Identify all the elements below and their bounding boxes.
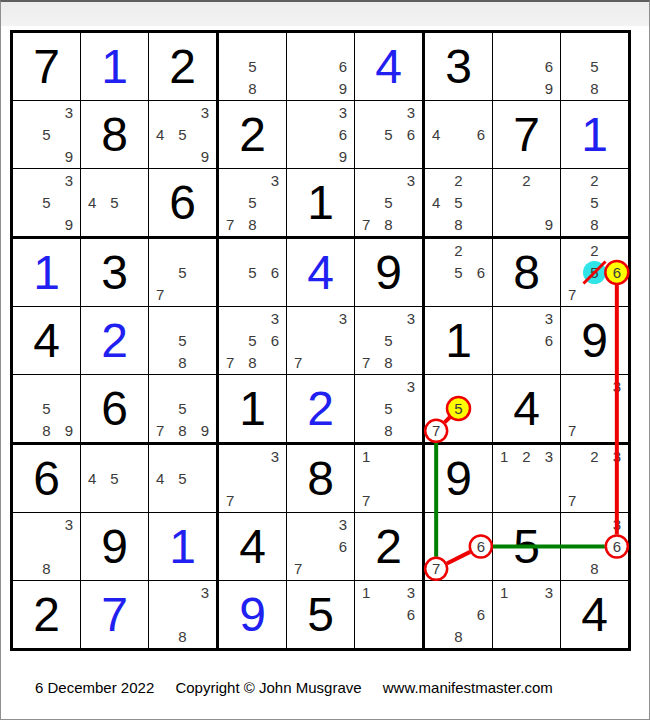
candidate-4: 4 xyxy=(149,467,171,489)
cell-r3c8[interactable]: 29 xyxy=(493,169,560,236)
given-digit: 4 xyxy=(561,581,628,648)
cell-r6c1[interactable]: 589 xyxy=(13,375,80,442)
cell-r4c6[interactable]: 9 xyxy=(355,239,422,306)
given-digit: 2 xyxy=(149,33,216,100)
cell-r1c6[interactable]: 4 xyxy=(355,33,422,100)
candidate-8: 8 xyxy=(583,78,605,100)
given-digit: 9 xyxy=(561,307,628,374)
candidate-5: 5 xyxy=(35,191,57,213)
solved-digit: 7 xyxy=(81,581,148,648)
candidate-6: 6 xyxy=(400,603,422,625)
cell-r6c8[interactable]: 4 xyxy=(493,375,560,442)
title-bar xyxy=(1,2,649,26)
candidate-4: 4 xyxy=(81,467,103,489)
given-digit: 4 xyxy=(493,375,560,442)
given-digit: 1 xyxy=(219,375,286,442)
candidate-8: 8 xyxy=(377,214,399,236)
cell-r8c1[interactable]: 38 xyxy=(13,513,80,580)
candidate-8: 8 xyxy=(171,352,193,374)
cell-r6c3[interactable]: 5789 xyxy=(149,375,216,442)
candidate-3: 3 xyxy=(194,101,216,123)
cell-r1c8[interactable]: 69 xyxy=(493,33,560,100)
candidate-1: 1 xyxy=(355,581,377,603)
candidate-8: 8 xyxy=(583,214,605,236)
candidate-5: 5 xyxy=(35,397,57,419)
candidate-8: 8 xyxy=(35,558,57,580)
candidate-8: 8 xyxy=(241,214,263,236)
candidate-7: 7 xyxy=(149,420,171,442)
page-root: 7125869436958359834592369356467135945635… xyxy=(0,0,650,720)
cell-r4c4[interactable]: 56 xyxy=(219,239,286,306)
candidate-7: 7 xyxy=(561,490,583,512)
candidate-8: 8 xyxy=(377,352,399,374)
given-digit: 8 xyxy=(287,445,354,512)
candidate-3: 3 xyxy=(538,307,560,329)
footer: 6 December 2022 Copyright © John Musgrav… xyxy=(35,679,570,696)
cell-r3c5[interactable]: 1 xyxy=(287,169,354,236)
cell-r1c3[interactable]: 2 xyxy=(149,33,216,100)
cell-r7c5[interactable]: 8 xyxy=(287,445,354,512)
candidate-2: 2 xyxy=(447,239,469,261)
cell-r4c5[interactable]: 4 xyxy=(287,239,354,306)
given-digit: 6 xyxy=(13,445,80,512)
candidate-8: 8 xyxy=(241,78,263,100)
given-digit: 7 xyxy=(493,101,560,168)
candidate-6: 6 xyxy=(470,603,492,625)
cell-r7c6[interactable]: 17 xyxy=(355,445,422,512)
cell-r1c7[interactable]: 3 xyxy=(425,33,492,100)
candidate-2: 2 xyxy=(583,445,605,467)
given-digit: 7 xyxy=(13,33,80,100)
candidate-6: 6 xyxy=(400,123,422,145)
cell-r5c4[interactable]: 35678 xyxy=(219,307,286,374)
cell-r2c6[interactable]: 356 xyxy=(355,101,422,168)
candidate-4: 4 xyxy=(425,191,447,213)
cell-r8c6[interactable]: 2 xyxy=(355,513,422,580)
candidate-3: 3 xyxy=(194,581,216,603)
cell-r5c5[interactable]: 37 xyxy=(287,307,354,374)
candidate-5: 5 xyxy=(377,329,399,351)
candidate-6: 6 xyxy=(538,329,560,351)
sudoku-board: 7125869436958359834592369356467135945635… xyxy=(10,30,631,651)
candidate-7: 7 xyxy=(219,214,241,236)
cell-r8c9[interactable]: 368 xyxy=(561,513,628,580)
cell-r3c2[interactable]: 45 xyxy=(81,169,148,236)
cell-r2c5[interactable]: 369 xyxy=(287,101,354,168)
candidate-5: 5 xyxy=(35,123,57,145)
candidate-3: 3 xyxy=(264,445,286,467)
footer-copyright: Copyright © John Musgrave xyxy=(175,679,361,696)
candidate-3: 3 xyxy=(332,513,354,535)
candidate-8: 8 xyxy=(171,626,193,648)
candidate-5: 5 xyxy=(241,191,263,213)
cell-r9c6[interactable]: 136 xyxy=(355,581,422,648)
candidate-2: 2 xyxy=(515,445,537,467)
candidate-3: 3 xyxy=(58,101,80,123)
cell-r9c2[interactable]: 7 xyxy=(81,581,148,648)
given-digit: 6 xyxy=(149,169,216,236)
candidate-3: 3 xyxy=(606,445,628,467)
candidate-3: 3 xyxy=(606,513,628,535)
candidate-3: 3 xyxy=(538,581,560,603)
cell-r4c1[interactable]: 1 xyxy=(13,239,80,306)
cell-r9c1[interactable]: 2 xyxy=(13,581,80,648)
cell-r6c9[interactable]: 37 xyxy=(561,375,628,442)
cell-r5c1[interactable]: 4 xyxy=(13,307,80,374)
candidate-6: 6 xyxy=(332,123,354,145)
candidate-1: 1 xyxy=(355,445,377,467)
candidate-5: 5 xyxy=(241,329,263,351)
cell-r4c8[interactable]: 8 xyxy=(493,239,560,306)
candidate-5: 5 xyxy=(447,191,469,213)
candidate-3: 3 xyxy=(400,307,422,329)
cell-r3c7[interactable]: 2458 xyxy=(425,169,492,236)
cell-r6c2[interactable]: 6 xyxy=(81,375,148,442)
cell-r7c4[interactable]: 37 xyxy=(219,445,286,512)
candidate-9: 9 xyxy=(332,78,354,100)
given-digit: 5 xyxy=(287,581,354,648)
candidate-4: 4 xyxy=(425,123,447,145)
candidate-6: 6 xyxy=(470,123,492,145)
cell-r4c2[interactable]: 3 xyxy=(81,239,148,306)
candidate-5: 5 xyxy=(377,123,399,145)
candidate-5: 5 xyxy=(447,261,469,283)
cell-r2c7[interactable]: 46 xyxy=(425,101,492,168)
candidate-7: 7 xyxy=(287,558,309,580)
candidate-8: 8 xyxy=(35,420,57,442)
cell-r8c7[interactable]: 67 xyxy=(425,513,492,580)
candidate-1: 1 xyxy=(493,581,515,603)
candidate-6: 6 xyxy=(538,55,560,77)
candidate-7: 7 xyxy=(425,420,447,442)
footer-website[interactable]: www.manifestmaster.com xyxy=(383,679,553,696)
cell-r9c5[interactable]: 5 xyxy=(287,581,354,648)
cell-r7c9[interactable]: 237 xyxy=(561,445,628,512)
solved-digit: 1 xyxy=(13,239,80,306)
cell-r3c3[interactable]: 6 xyxy=(149,169,216,236)
cell-r7c7[interactable]: 9 xyxy=(425,445,492,512)
candidate-3: 3 xyxy=(264,307,286,329)
cell-r3c1[interactable]: 359 xyxy=(13,169,80,236)
given-digit: 5 xyxy=(493,513,560,580)
candidate-2: 2 xyxy=(583,169,605,191)
candidate-5: 5 xyxy=(171,397,193,419)
candidate-7: 7 xyxy=(355,490,377,512)
candidate-7: 7 xyxy=(561,284,583,306)
candidate-6: 6 xyxy=(470,535,492,557)
given-digit: 2 xyxy=(219,101,286,168)
cell-r1c9[interactable]: 58 xyxy=(561,33,628,100)
solved-digit: 1 xyxy=(81,33,148,100)
cell-r5c8[interactable]: 36 xyxy=(493,307,560,374)
given-digit: 1 xyxy=(425,307,492,374)
cell-r6c6[interactable]: 358 xyxy=(355,375,422,442)
candidate-7: 7 xyxy=(287,352,309,374)
cell-r8c4[interactable]: 4 xyxy=(219,513,286,580)
cell-r1c2[interactable]: 1 xyxy=(81,33,148,100)
cell-r1c5[interactable]: 69 xyxy=(287,33,354,100)
cell-r5c2[interactable]: 2 xyxy=(81,307,148,374)
cell-r5c3[interactable]: 58 xyxy=(149,307,216,374)
cell-r5c9[interactable]: 9 xyxy=(561,307,628,374)
candidate-5: 5 xyxy=(377,191,399,213)
cell-r2c9[interactable]: 1 xyxy=(561,101,628,168)
cell-r2c2[interactable]: 8 xyxy=(81,101,148,168)
solved-digit: 4 xyxy=(287,239,354,306)
candidate-5: 5 xyxy=(583,261,605,283)
solved-digit: 4 xyxy=(355,33,422,100)
cell-r8c5[interactable]: 367 xyxy=(287,513,354,580)
cell-r7c8[interactable]: 123 xyxy=(493,445,560,512)
cell-r7c1[interactable]: 6 xyxy=(13,445,80,512)
given-digit: 4 xyxy=(219,513,286,580)
cell-r8c8[interactable]: 5 xyxy=(493,513,560,580)
cell-r1c4[interactable]: 58 xyxy=(219,33,286,100)
cell-r3c6[interactable]: 3578 xyxy=(355,169,422,236)
candidate-2: 2 xyxy=(583,239,605,261)
cell-r9c4[interactable]: 9 xyxy=(219,581,286,648)
solved-digit: 1 xyxy=(149,513,216,580)
given-digit: 2 xyxy=(13,581,80,648)
footer-date: 6 December 2022 xyxy=(35,679,154,696)
solved-digit: 1 xyxy=(561,101,628,168)
candidate-1: 1 xyxy=(493,445,515,467)
candidate-6: 6 xyxy=(470,261,492,283)
candidate-3: 3 xyxy=(400,101,422,123)
candidate-8: 8 xyxy=(171,420,193,442)
candidate-5: 5 xyxy=(171,123,193,145)
given-digit: 2 xyxy=(355,513,422,580)
cell-r2c1[interactable]: 359 xyxy=(13,101,80,168)
candidate-6: 6 xyxy=(264,329,286,351)
cell-r9c3[interactable]: 38 xyxy=(149,581,216,648)
candidate-6: 6 xyxy=(606,535,628,557)
candidate-8: 8 xyxy=(241,352,263,374)
candidate-3: 3 xyxy=(58,513,80,535)
candidate-5: 5 xyxy=(171,329,193,351)
given-digit: 6 xyxy=(81,375,148,442)
candidate-8: 8 xyxy=(447,214,469,236)
given-digit: 3 xyxy=(425,33,492,100)
cell-r2c4[interactable]: 2 xyxy=(219,101,286,168)
candidate-6: 6 xyxy=(332,55,354,77)
cell-r6c4[interactable]: 1 xyxy=(219,375,286,442)
cell-r5c7[interactable]: 1 xyxy=(425,307,492,374)
candidate-4: 4 xyxy=(81,191,103,213)
given-digit: 4 xyxy=(13,307,80,374)
candidate-2: 2 xyxy=(515,169,537,191)
cell-r2c8[interactable]: 7 xyxy=(493,101,560,168)
cell-r8c3[interactable]: 1 xyxy=(149,513,216,580)
candidate-7: 7 xyxy=(355,352,377,374)
candidate-6: 6 xyxy=(264,261,286,283)
candidate-9: 9 xyxy=(194,420,216,442)
cell-r6c5[interactable]: 2 xyxy=(287,375,354,442)
candidate-7: 7 xyxy=(149,284,171,306)
candidate-3: 3 xyxy=(58,169,80,191)
candidate-5: 5 xyxy=(103,191,125,213)
cell-r2c3[interactable]: 3459 xyxy=(149,101,216,168)
cell-r6c7[interactable]: 57 xyxy=(425,375,492,442)
candidate-5: 5 xyxy=(447,397,469,419)
given-digit: 1 xyxy=(287,169,354,236)
solved-digit: 2 xyxy=(81,307,148,374)
cell-r9c9[interactable]: 4 xyxy=(561,581,628,648)
cell-r1c1[interactable]: 7 xyxy=(13,33,80,100)
candidate-3: 3 xyxy=(606,375,628,397)
candidate-3: 3 xyxy=(332,101,354,123)
candidate-5: 5 xyxy=(171,261,193,283)
candidate-3: 3 xyxy=(332,307,354,329)
candidate-9: 9 xyxy=(58,214,80,236)
candidate-8: 8 xyxy=(447,626,469,648)
cell-r4c9[interactable]: 2567 xyxy=(561,239,628,306)
candidate-9: 9 xyxy=(194,146,216,168)
cell-r8c2[interactable]: 9 xyxy=(81,513,148,580)
candidate-6: 6 xyxy=(606,261,628,283)
given-digit: 9 xyxy=(355,239,422,306)
given-digit: 3 xyxy=(81,239,148,306)
given-digit: 9 xyxy=(81,513,148,580)
candidate-9: 9 xyxy=(538,78,560,100)
candidate-7: 7 xyxy=(561,420,583,442)
cell-r9c8[interactable]: 13 xyxy=(493,581,560,648)
candidate-5: 5 xyxy=(103,467,125,489)
candidate-3: 3 xyxy=(400,169,422,191)
candidate-8: 8 xyxy=(583,558,605,580)
candidate-2: 2 xyxy=(447,169,469,191)
cell-r7c2[interactable]: 45 xyxy=(81,445,148,512)
candidate-7: 7 xyxy=(355,214,377,236)
candidate-5: 5 xyxy=(583,191,605,213)
cell-r4c3[interactable]: 57 xyxy=(149,239,216,306)
candidate-8: 8 xyxy=(377,420,399,442)
candidate-7: 7 xyxy=(219,352,241,374)
candidate-3: 3 xyxy=(538,445,560,467)
candidate-3: 3 xyxy=(264,169,286,191)
candidate-5: 5 xyxy=(377,397,399,419)
candidate-4: 4 xyxy=(149,123,171,145)
candidate-5: 5 xyxy=(241,261,263,283)
candidate-6: 6 xyxy=(332,535,354,557)
cell-r3c9[interactable]: 258 xyxy=(561,169,628,236)
given-digit: 8 xyxy=(493,239,560,306)
candidate-3: 3 xyxy=(400,581,422,603)
candidate-3: 3 xyxy=(400,375,422,397)
given-digit: 9 xyxy=(425,445,492,512)
candidate-7: 7 xyxy=(219,490,241,512)
cell-r7c3[interactable]: 45 xyxy=(149,445,216,512)
cell-r5c6[interactable]: 3578 xyxy=(355,307,422,374)
solved-digit: 9 xyxy=(219,581,286,648)
candidate-5: 5 xyxy=(171,467,193,489)
candidate-5: 5 xyxy=(241,55,263,77)
solved-digit: 2 xyxy=(287,375,354,442)
candidate-9: 9 xyxy=(58,146,80,168)
candidate-7: 7 xyxy=(425,558,447,580)
candidate-9: 9 xyxy=(538,214,560,236)
cell-r4c7[interactable]: 256 xyxy=(425,239,492,306)
cell-r3c4[interactable]: 3578 xyxy=(219,169,286,236)
candidate-5: 5 xyxy=(583,55,605,77)
given-digit: 8 xyxy=(81,101,148,168)
cell-r9c7[interactable]: 68 xyxy=(425,581,492,648)
candidate-9: 9 xyxy=(332,146,354,168)
candidate-9: 9 xyxy=(58,420,80,442)
